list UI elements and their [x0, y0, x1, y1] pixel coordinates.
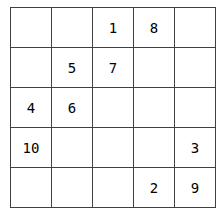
- cell-r2c4[interactable]: [134, 48, 174, 87]
- cell-r1c1[interactable]: [11, 8, 51, 47]
- cell-r2c5[interactable]: [175, 48, 215, 87]
- cell-r4c1[interactable]: 10: [11, 128, 51, 167]
- puzzle-grid: 1 8 5 7 4 6 10 3 2 9: [10, 7, 216, 208]
- cell-r4c2[interactable]: [52, 128, 92, 167]
- cell-r5c5[interactable]: 9: [175, 168, 215, 207]
- cell-r3c5[interactable]: [175, 88, 215, 127]
- cell-r4c5[interactable]: 3: [175, 128, 215, 167]
- cell-r5c4[interactable]: 2: [134, 168, 174, 207]
- cell-r4c4[interactable]: [134, 128, 174, 167]
- cell-r3c1[interactable]: 4: [11, 88, 51, 127]
- cell-r2c3[interactable]: 7: [93, 48, 133, 87]
- cell-r1c3[interactable]: 1: [93, 8, 133, 47]
- cell-r5c3[interactable]: [93, 168, 133, 207]
- puzzle-board: 1 8 5 7 4 6 10 3 2 9: [10, 7, 216, 208]
- cell-r1c4[interactable]: 8: [134, 8, 174, 47]
- cell-r5c1[interactable]: [11, 168, 51, 207]
- cell-r2c2[interactable]: 5: [52, 48, 92, 87]
- cell-r1c2[interactable]: [52, 8, 92, 47]
- cell-r2c1[interactable]: [11, 48, 51, 87]
- cell-r3c3[interactable]: [93, 88, 133, 127]
- cell-r3c4[interactable]: [134, 88, 174, 127]
- cell-r1c5[interactable]: [175, 8, 215, 47]
- cell-r3c2[interactable]: 6: [52, 88, 92, 127]
- cell-r4c3[interactable]: [93, 128, 133, 167]
- cell-r5c2[interactable]: [52, 168, 92, 207]
